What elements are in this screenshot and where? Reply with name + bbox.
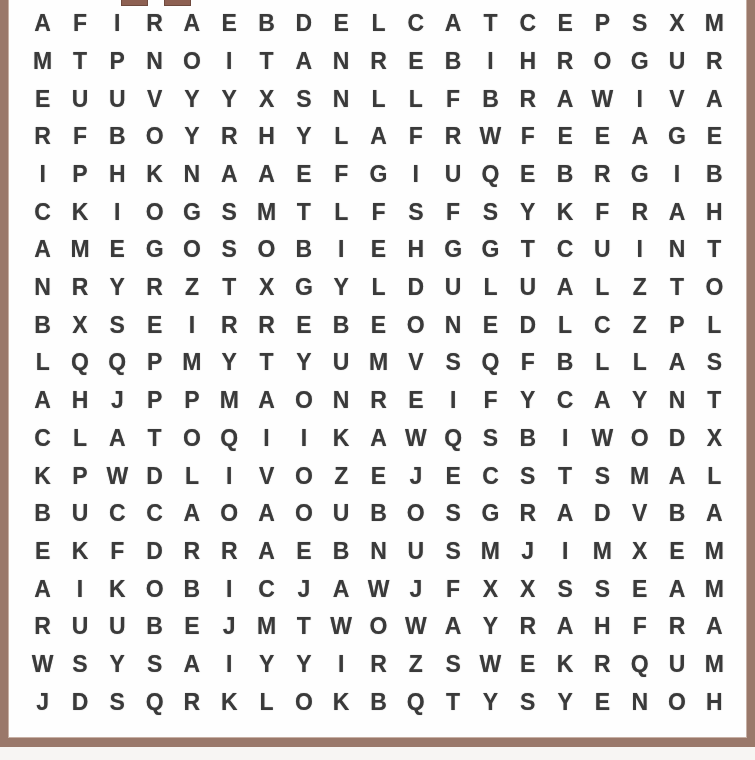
grid-cell[interactable]: U — [434, 156, 471, 194]
grid-cell[interactable]: A — [24, 382, 61, 420]
grid-cell[interactable]: S — [621, 5, 658, 43]
grid-cell[interactable]: O — [136, 118, 173, 156]
grid-cell[interactable]: P — [658, 306, 695, 344]
grid-cell[interactable]: A — [24, 231, 61, 269]
grid-cell[interactable]: W — [24, 646, 61, 684]
grid-cell[interactable]: N — [323, 80, 360, 118]
grid-cell[interactable]: R — [173, 533, 210, 571]
grid-cell[interactable]: C — [24, 193, 61, 231]
grid-cell[interactable]: O — [696, 269, 733, 307]
grid-cell[interactable]: D — [658, 420, 695, 458]
grid-cell[interactable]: B — [509, 420, 546, 458]
grid-cell[interactable]: O — [285, 683, 322, 721]
grid-cell[interactable]: Q — [434, 420, 471, 458]
grid-cell[interactable]: P — [61, 457, 98, 495]
grid-cell[interactable]: I — [211, 43, 248, 81]
grid-cell[interactable]: O — [584, 43, 621, 81]
grid-cell[interactable]: O — [211, 495, 248, 533]
grid-cell[interactable]: R — [360, 382, 397, 420]
grid-cell[interactable]: F — [434, 570, 471, 608]
grid-cell[interactable]: C — [136, 495, 173, 533]
grid-cell[interactable]: L — [360, 5, 397, 43]
grid-cell[interactable]: N — [323, 43, 360, 81]
grid-cell[interactable]: A — [24, 5, 61, 43]
grid-cell[interactable]: B — [658, 495, 695, 533]
grid-cell[interactable]: E — [173, 608, 210, 646]
grid-cell[interactable]: R — [24, 118, 61, 156]
grid-cell[interactable]: F — [360, 193, 397, 231]
grid-cell[interactable]: B — [546, 156, 583, 194]
grid-cell[interactable]: H — [509, 43, 546, 81]
grid-cell[interactable]: Z — [323, 457, 360, 495]
grid-cell[interactable]: B — [99, 118, 136, 156]
grid-cell[interactable]: B — [472, 80, 509, 118]
grid-cell[interactable]: E — [211, 5, 248, 43]
grid-cell[interactable]: W — [397, 608, 434, 646]
grid-cell[interactable]: S — [696, 344, 733, 382]
grid-cell[interactable]: Q — [136, 683, 173, 721]
grid-cell[interactable]: N — [658, 231, 695, 269]
grid-cell[interactable]: S — [434, 646, 471, 684]
grid-cell[interactable]: G — [173, 193, 210, 231]
grid-cell[interactable]: A — [658, 344, 695, 382]
grid-cell[interactable]: X — [248, 269, 285, 307]
grid-cell[interactable]: E — [434, 457, 471, 495]
grid-cell[interactable]: S — [584, 570, 621, 608]
grid-cell[interactable]: W — [323, 608, 360, 646]
grid-cell[interactable]: M — [173, 344, 210, 382]
grid-cell[interactable]: Z — [173, 269, 210, 307]
grid-cell[interactable]: L — [173, 457, 210, 495]
grid-cell[interactable]: V — [248, 457, 285, 495]
grid-cell[interactable]: A — [584, 382, 621, 420]
grid-cell[interactable]: L — [696, 457, 733, 495]
grid-cell[interactable]: A — [173, 495, 210, 533]
grid-cell[interactable]: F — [434, 193, 471, 231]
grid-cell[interactable]: I — [99, 5, 136, 43]
grid-cell[interactable]: L — [696, 306, 733, 344]
grid-cell[interactable]: S — [434, 344, 471, 382]
grid-cell[interactable]: Q — [397, 683, 434, 721]
grid-cell[interactable]: U — [323, 344, 360, 382]
grid-cell[interactable]: R — [136, 269, 173, 307]
grid-cell[interactable]: T — [509, 231, 546, 269]
grid-cell[interactable]: A — [99, 420, 136, 458]
grid-cell[interactable]: F — [434, 80, 471, 118]
grid-cell[interactable]: N — [658, 382, 695, 420]
grid-cell[interactable]: D — [397, 269, 434, 307]
grid-cell[interactable]: B — [434, 43, 471, 81]
grid-cell[interactable]: I — [323, 646, 360, 684]
grid-cell[interactable]: U — [509, 269, 546, 307]
grid-cell[interactable]: M — [24, 43, 61, 81]
grid-cell[interactable]: S — [509, 457, 546, 495]
grid-cell[interactable]: F — [472, 382, 509, 420]
grid-cell[interactable]: E — [546, 5, 583, 43]
grid-cell[interactable]: B — [546, 344, 583, 382]
grid-cell[interactable]: F — [584, 193, 621, 231]
grid-cell[interactable]: S — [397, 193, 434, 231]
grid-cell[interactable]: U — [658, 43, 695, 81]
grid-cell[interactable]: R — [621, 193, 658, 231]
grid-cell[interactable]: O — [173, 420, 210, 458]
grid-cell[interactable]: S — [136, 646, 173, 684]
grid-cell[interactable]: Y — [211, 344, 248, 382]
grid-cell[interactable]: V — [136, 80, 173, 118]
grid-cell[interactable]: V — [621, 495, 658, 533]
grid-cell[interactable]: M — [248, 193, 285, 231]
grid-cell[interactable]: R — [434, 118, 471, 156]
grid-cell[interactable]: M — [61, 231, 98, 269]
grid-cell[interactable]: Q — [621, 646, 658, 684]
grid-cell[interactable]: T — [211, 269, 248, 307]
grid-cell[interactable]: O — [621, 420, 658, 458]
grid-cell[interactable]: A — [173, 646, 210, 684]
grid-cell[interactable]: H — [696, 193, 733, 231]
grid-cell[interactable]: S — [509, 683, 546, 721]
grid-cell[interactable]: E — [546, 118, 583, 156]
grid-cell[interactable]: G — [360, 156, 397, 194]
grid-cell[interactable]: S — [546, 570, 583, 608]
grid-cell[interactable]: K — [323, 420, 360, 458]
grid-cell[interactable]: F — [61, 118, 98, 156]
grid-cell[interactable]: O — [397, 495, 434, 533]
grid-cell[interactable]: X — [696, 420, 733, 458]
grid-cell[interactable]: S — [99, 683, 136, 721]
grid-cell[interactable]: R — [360, 646, 397, 684]
grid-cell[interactable]: R — [584, 156, 621, 194]
grid-cell[interactable]: Y — [546, 683, 583, 721]
grid-cell[interactable]: Y — [173, 118, 210, 156]
grid-cell[interactable]: B — [323, 306, 360, 344]
grid-cell[interactable]: O — [285, 382, 322, 420]
grid-cell[interactable]: P — [173, 382, 210, 420]
grid-cell[interactable]: O — [173, 231, 210, 269]
grid-cell[interactable]: A — [658, 193, 695, 231]
grid-cell[interactable]: A — [696, 80, 733, 118]
grid-cell[interactable]: R — [509, 608, 546, 646]
grid-cell[interactable]: I — [211, 457, 248, 495]
grid-cell[interactable]: A — [434, 608, 471, 646]
grid-cell[interactable]: T — [285, 193, 322, 231]
grid-cell[interactable]: B — [285, 231, 322, 269]
grid-cell[interactable]: P — [61, 156, 98, 194]
grid-cell[interactable]: T — [658, 269, 695, 307]
grid-cell[interactable]: E — [658, 533, 695, 571]
grid-cell[interactable]: O — [136, 193, 173, 231]
grid-cell[interactable]: A — [323, 570, 360, 608]
grid-cell[interactable]: U — [658, 646, 695, 684]
grid-cell[interactable]: U — [584, 231, 621, 269]
grid-cell[interactable]: S — [211, 231, 248, 269]
grid-cell[interactable]: N — [323, 382, 360, 420]
grid-cell[interactable]: Q — [61, 344, 98, 382]
grid-cell[interactable]: C — [509, 5, 546, 43]
grid-cell[interactable]: L — [472, 269, 509, 307]
grid-cell[interactable]: J — [211, 608, 248, 646]
grid-cell[interactable]: W — [584, 420, 621, 458]
grid-cell[interactable]: Y — [472, 608, 509, 646]
grid-cell[interactable]: L — [61, 420, 98, 458]
grid-cell[interactable]: S — [434, 533, 471, 571]
grid-cell[interactable]: T — [285, 608, 322, 646]
grid-cell[interactable]: I — [397, 156, 434, 194]
grid-cell[interactable]: R — [211, 533, 248, 571]
grid-cell[interactable]: M — [472, 533, 509, 571]
grid-cell[interactable]: E — [285, 156, 322, 194]
grid-cell[interactable]: Y — [285, 344, 322, 382]
grid-cell[interactable]: B — [24, 306, 61, 344]
grid-cell[interactable]: R — [136, 5, 173, 43]
grid-cell[interactable]: X — [658, 5, 695, 43]
grid-cell[interactable]: A — [285, 43, 322, 81]
grid-cell[interactable]: F — [323, 156, 360, 194]
grid-cell[interactable]: Y — [173, 80, 210, 118]
grid-cell[interactable]: G — [285, 269, 322, 307]
grid-cell[interactable]: I — [285, 420, 322, 458]
grid-cell[interactable]: N — [24, 269, 61, 307]
grid-cell[interactable]: R — [584, 646, 621, 684]
grid-cell[interactable]: V — [658, 80, 695, 118]
grid-cell[interactable]: M — [696, 646, 733, 684]
grid-cell[interactable]: C — [546, 231, 583, 269]
grid-cell[interactable]: H — [248, 118, 285, 156]
grid-cell[interactable]: I — [323, 231, 360, 269]
grid-cell[interactable]: K — [61, 193, 98, 231]
grid-cell[interactable]: A — [658, 570, 695, 608]
grid-cell[interactable]: Y — [99, 269, 136, 307]
grid-cell[interactable]: E — [360, 457, 397, 495]
grid-cell[interactable]: Y — [509, 382, 546, 420]
grid-cell[interactable]: U — [61, 80, 98, 118]
grid-cell[interactable]: K — [24, 457, 61, 495]
grid-cell[interactable]: T — [696, 231, 733, 269]
grid-cell[interactable]: L — [584, 344, 621, 382]
grid-cell[interactable]: T — [248, 43, 285, 81]
grid-cell[interactable]: S — [472, 193, 509, 231]
grid-cell[interactable]: A — [248, 156, 285, 194]
grid-cell[interactable]: M — [696, 570, 733, 608]
grid-cell[interactable]: U — [397, 533, 434, 571]
grid-cell[interactable]: I — [61, 570, 98, 608]
grid-cell[interactable]: T — [434, 683, 471, 721]
grid-cell[interactable]: L — [360, 269, 397, 307]
grid-cell[interactable]: U — [99, 80, 136, 118]
grid-cell[interactable]: W — [472, 118, 509, 156]
grid-cell[interactable]: C — [99, 495, 136, 533]
grid-cell[interactable]: J — [397, 457, 434, 495]
grid-cell[interactable]: W — [360, 570, 397, 608]
grid-cell[interactable]: X — [248, 80, 285, 118]
grid-cell[interactable]: O — [285, 457, 322, 495]
grid-cell[interactable]: Y — [323, 269, 360, 307]
grid-cell[interactable]: E — [285, 533, 322, 571]
grid-cell[interactable]: Y — [285, 646, 322, 684]
grid-cell[interactable]: D — [61, 683, 98, 721]
grid-cell[interactable]: S — [99, 306, 136, 344]
grid-cell[interactable]: W — [472, 646, 509, 684]
grid-cell[interactable]: W — [584, 80, 621, 118]
grid-cell[interactable]: A — [658, 457, 695, 495]
grid-cell[interactable]: D — [584, 495, 621, 533]
grid-cell[interactable]: S — [584, 457, 621, 495]
grid-cell[interactable]: Y — [285, 118, 322, 156]
grid-cell[interactable]: R — [509, 80, 546, 118]
grid-cell[interactable]: T — [696, 382, 733, 420]
grid-cell[interactable]: R — [211, 306, 248, 344]
grid-cell[interactable]: D — [136, 457, 173, 495]
grid-cell[interactable]: N — [136, 43, 173, 81]
grid-cell[interactable]: C — [397, 5, 434, 43]
grid-cell[interactable]: B — [696, 156, 733, 194]
grid-cell[interactable]: U — [61, 495, 98, 533]
grid-cell[interactable]: C — [584, 306, 621, 344]
grid-cell[interactable]: P — [136, 344, 173, 382]
grid-cell[interactable]: E — [397, 382, 434, 420]
grid-cell[interactable]: K — [211, 683, 248, 721]
grid-cell[interactable]: E — [285, 306, 322, 344]
grid-cell[interactable]: Y — [472, 683, 509, 721]
grid-cell[interactable]: I — [211, 570, 248, 608]
grid-cell[interactable]: F — [509, 344, 546, 382]
grid-cell[interactable]: U — [61, 608, 98, 646]
grid-cell[interactable]: E — [24, 80, 61, 118]
grid-cell[interactable]: N — [621, 683, 658, 721]
grid-cell[interactable]: P — [99, 43, 136, 81]
grid-cell[interactable]: L — [24, 344, 61, 382]
grid-cell[interactable]: R — [509, 495, 546, 533]
grid-cell[interactable]: R — [360, 43, 397, 81]
grid-cell[interactable]: Y — [211, 80, 248, 118]
grid-cell[interactable]: A — [546, 269, 583, 307]
grid-cell[interactable]: C — [248, 570, 285, 608]
grid-cell[interactable]: A — [360, 420, 397, 458]
grid-cell[interactable]: E — [323, 5, 360, 43]
grid-cell[interactable]: L — [621, 344, 658, 382]
grid-cell[interactable]: E — [360, 306, 397, 344]
grid-cell[interactable]: F — [99, 533, 136, 571]
grid-cell[interactable]: T — [136, 420, 173, 458]
grid-cell[interactable]: B — [248, 5, 285, 43]
grid-cell[interactable]: P — [584, 5, 621, 43]
grid-cell[interactable]: G — [621, 156, 658, 194]
grid-cell[interactable]: N — [360, 533, 397, 571]
grid-cell[interactable]: H — [61, 382, 98, 420]
grid-cell[interactable]: Z — [621, 269, 658, 307]
grid-cell[interactable]: H — [584, 608, 621, 646]
grid-cell[interactable]: A — [434, 5, 471, 43]
grid-cell[interactable]: I — [658, 156, 695, 194]
grid-cell[interactable]: K — [61, 533, 98, 571]
grid-cell[interactable]: L — [323, 118, 360, 156]
grid-cell[interactable]: A — [546, 608, 583, 646]
grid-cell[interactable]: F — [61, 5, 98, 43]
grid-cell[interactable]: L — [323, 193, 360, 231]
grid-cell[interactable]: K — [323, 683, 360, 721]
grid-cell[interactable]: G — [472, 495, 509, 533]
grid-cell[interactable]: S — [472, 420, 509, 458]
grid-cell[interactable]: J — [24, 683, 61, 721]
grid-cell[interactable]: R — [211, 118, 248, 156]
grid-cell[interactable]: R — [546, 43, 583, 81]
grid-cell[interactable]: I — [546, 533, 583, 571]
grid-cell[interactable]: E — [24, 533, 61, 571]
grid-cell[interactable]: T — [472, 5, 509, 43]
grid-cell[interactable]: G — [136, 231, 173, 269]
grid-cell[interactable]: E — [696, 118, 733, 156]
grid-cell[interactable]: T — [61, 43, 98, 81]
grid-cell[interactable]: G — [658, 118, 695, 156]
grid-cell[interactable]: R — [658, 608, 695, 646]
grid-cell[interactable]: E — [99, 231, 136, 269]
grid-cell[interactable]: N — [173, 156, 210, 194]
grid-cell[interactable]: L — [397, 80, 434, 118]
grid-cell[interactable]: X — [61, 306, 98, 344]
grid-cell[interactable]: E — [584, 118, 621, 156]
grid-cell[interactable]: E — [397, 43, 434, 81]
grid-cell[interactable]: L — [360, 80, 397, 118]
grid-cell[interactable]: Z — [621, 306, 658, 344]
grid-cell[interactable]: G — [621, 43, 658, 81]
grid-cell[interactable]: M — [248, 608, 285, 646]
grid-cell[interactable]: I — [173, 306, 210, 344]
grid-cell[interactable]: F — [621, 608, 658, 646]
grid-cell[interactable]: I — [99, 193, 136, 231]
grid-cell[interactable]: D — [136, 533, 173, 571]
grid-cell[interactable]: A — [696, 608, 733, 646]
grid-cell[interactable]: R — [696, 43, 733, 81]
grid-cell[interactable]: K — [99, 570, 136, 608]
grid-cell[interactable]: B — [136, 608, 173, 646]
grid-cell[interactable]: O — [397, 306, 434, 344]
grid-cell[interactable]: Y — [99, 646, 136, 684]
grid-cell[interactable]: K — [546, 646, 583, 684]
grid-cell[interactable]: O — [136, 570, 173, 608]
grid-cell[interactable]: H — [397, 231, 434, 269]
grid-cell[interactable]: M — [211, 382, 248, 420]
grid-cell[interactable]: P — [136, 382, 173, 420]
grid-cell[interactable]: M — [360, 344, 397, 382]
grid-cell[interactable]: J — [509, 533, 546, 571]
grid-cell[interactable]: O — [248, 231, 285, 269]
grid-cell[interactable]: M — [696, 5, 733, 43]
grid-cell[interactable]: I — [621, 231, 658, 269]
grid-cell[interactable]: C — [24, 420, 61, 458]
grid-cell[interactable]: A — [248, 533, 285, 571]
grid-cell[interactable]: H — [99, 156, 136, 194]
grid-cell[interactable]: U — [323, 495, 360, 533]
grid-cell[interactable]: Q — [211, 420, 248, 458]
grid-cell[interactable]: O — [360, 608, 397, 646]
grid-cell[interactable]: G — [472, 231, 509, 269]
grid-cell[interactable]: R — [173, 683, 210, 721]
grid-cell[interactable]: E — [509, 646, 546, 684]
grid-cell[interactable]: X — [621, 533, 658, 571]
grid-cell[interactable]: Y — [621, 382, 658, 420]
grid-cell[interactable]: I — [24, 156, 61, 194]
grid-cell[interactable]: B — [360, 495, 397, 533]
grid-cell[interactable]: W — [99, 457, 136, 495]
grid-cell[interactable]: D — [509, 306, 546, 344]
grid-cell[interactable]: L — [584, 269, 621, 307]
grid-cell[interactable]: A — [248, 495, 285, 533]
grid-cell[interactable]: J — [397, 570, 434, 608]
grid-cell[interactable]: G — [434, 231, 471, 269]
grid-cell[interactable]: S — [285, 80, 322, 118]
grid-cell[interactable]: I — [434, 382, 471, 420]
grid-cell[interactable]: T — [546, 457, 583, 495]
grid-cell[interactable]: J — [285, 570, 322, 608]
